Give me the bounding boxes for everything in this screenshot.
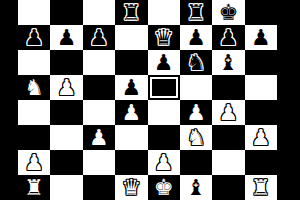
black-king-g8[interactable]: ♚ — [219, 0, 239, 25]
square-d7[interactable] — [115, 25, 147, 50]
square-b3[interactable] — [50, 125, 82, 150]
square-h4[interactable] — [245, 100, 277, 125]
white-rook-a1[interactable]: ♜ — [24, 175, 44, 200]
square-h6[interactable] — [245, 50, 277, 75]
square-d6[interactable] — [115, 50, 147, 75]
square-h8[interactable] — [245, 0, 277, 25]
square-g8[interactable]: ♚ — [212, 0, 244, 25]
white-pawn-h3[interactable]: ♟ — [251, 125, 271, 150]
square-a2[interactable]: ♟ — [18, 150, 50, 175]
black-queen-e7[interactable]: ♛ — [154, 25, 174, 50]
square-g7[interactable]: ♟ — [212, 25, 244, 50]
square-a4[interactable] — [18, 100, 50, 125]
square-b1[interactable] — [50, 175, 82, 200]
black-pawn-d5[interactable]: ♟ — [121, 75, 141, 100]
black-pawn-h7[interactable]: ♟ — [251, 25, 271, 50]
square-g1[interactable] — [212, 175, 244, 200]
white-king-e1[interactable]: ♚ — [154, 175, 174, 200]
square-c2[interactable] — [83, 150, 115, 175]
square-a7[interactable]: ♟ — [18, 25, 50, 50]
square-e8[interactable] — [148, 0, 180, 25]
square-d5[interactable]: ♟ — [115, 75, 147, 100]
white-pawn-e2[interactable]: ♟ — [154, 150, 174, 175]
square-b8[interactable] — [50, 0, 82, 25]
square-e3[interactable] — [148, 125, 180, 150]
square-g5[interactable] — [212, 75, 244, 100]
square-e2[interactable]: ♟ — [148, 150, 180, 175]
white-pawn-c3[interactable]: ♟ — [89, 125, 109, 150]
square-g3[interactable] — [212, 125, 244, 150]
square-b6[interactable] — [50, 50, 82, 75]
square-e7[interactable]: ♛ — [148, 25, 180, 50]
white-queen-d1[interactable]: ♛ — [121, 175, 141, 200]
square-h1[interactable]: ♜ — [245, 175, 277, 200]
white-pawn-g4[interactable]: ♟ — [219, 100, 239, 125]
square-b5[interactable]: ♟ — [50, 75, 82, 100]
white-knight-f3[interactable]: ♞ — [186, 125, 206, 150]
black-rook-f8[interactable]: ♜ — [186, 0, 206, 25]
square-c6[interactable] — [83, 50, 115, 75]
square-h7[interactable]: ♟ — [245, 25, 277, 50]
chess-board: ♜♜♚♟♟♟♛♟♟♟♟♞♝♞♟♟♟♟♟♟♞♟♟♟♜♛♚♝♜ — [18, 0, 277, 200]
square-c5[interactable] — [83, 75, 115, 100]
square-e1[interactable]: ♚ — [148, 175, 180, 200]
square-f6[interactable]: ♞ — [180, 50, 212, 75]
square-d1[interactable]: ♛ — [115, 175, 147, 200]
black-pawn-f7[interactable]: ♟ — [186, 25, 206, 50]
square-c8[interactable] — [83, 0, 115, 25]
square-a6[interactable] — [18, 50, 50, 75]
black-pawn-g7[interactable]: ♟ — [219, 25, 239, 50]
square-c3[interactable]: ♟ — [83, 125, 115, 150]
black-rook-d8[interactable]: ♜ — [121, 0, 141, 25]
square-d2[interactable] — [115, 150, 147, 175]
square-f2[interactable] — [180, 150, 212, 175]
square-c7[interactable]: ♟ — [83, 25, 115, 50]
square-f7[interactable]: ♟ — [180, 25, 212, 50]
black-pawn-c7[interactable]: ♟ — [89, 25, 109, 50]
square-f1[interactable]: ♝ — [180, 175, 212, 200]
square-e4[interactable] — [148, 100, 180, 125]
square-b2[interactable] — [50, 150, 82, 175]
chess-diagram: ♜♜♚♟♟♟♛♟♟♟♟♞♝♞♟♟♟♟♟♟♞♟♟♟♜♛♚♝♜ — [0, 0, 300, 200]
square-b7[interactable]: ♟ — [50, 25, 82, 50]
black-bishop-f1[interactable]: ♝ — [186, 175, 206, 200]
square-g4[interactable]: ♟ — [212, 100, 244, 125]
white-pawn-b5[interactable]: ♟ — [57, 75, 77, 100]
square-a5[interactable]: ♞ — [18, 75, 50, 100]
square-f3[interactable]: ♞ — [180, 125, 212, 150]
square-f4[interactable]: ♟ — [180, 100, 212, 125]
square-e6[interactable]: ♟ — [148, 50, 180, 75]
square-c4[interactable] — [83, 100, 115, 125]
black-pawn-a7[interactable]: ♟ — [24, 25, 44, 50]
black-knight-f6[interactable]: ♞ — [186, 50, 206, 75]
square-g6[interactable]: ♝ — [212, 50, 244, 75]
square-f5[interactable] — [180, 75, 212, 100]
white-pawn-d4[interactable]: ♟ — [121, 100, 141, 125]
square-a8[interactable] — [18, 0, 50, 25]
square-a3[interactable] — [18, 125, 50, 150]
square-g2[interactable] — [212, 150, 244, 175]
square-d3[interactable] — [115, 125, 147, 150]
square-b4[interactable] — [50, 100, 82, 125]
white-knight-a5[interactable]: ♞ — [24, 75, 44, 100]
square-e5[interactable] — [148, 75, 180, 100]
black-bishop-g6[interactable]: ♝ — [219, 50, 239, 75]
square-c1[interactable] — [83, 175, 115, 200]
square-d4[interactable]: ♟ — [115, 100, 147, 125]
square-d8[interactable]: ♜ — [115, 0, 147, 25]
square-a1[interactable]: ♜ — [18, 175, 50, 200]
square-h2[interactable] — [245, 150, 277, 175]
black-pawn-e6[interactable]: ♟ — [154, 50, 174, 75]
black-pawn-b7[interactable]: ♟ — [57, 25, 77, 50]
white-pawn-a2[interactable]: ♟ — [24, 150, 44, 175]
square-h5[interactable] — [245, 75, 277, 100]
white-rook-h1[interactable]: ♜ — [251, 175, 271, 200]
square-f8[interactable]: ♜ — [180, 0, 212, 25]
white-pawn-f4[interactable]: ♟ — [186, 100, 206, 125]
square-h3[interactable]: ♟ — [245, 125, 277, 150]
